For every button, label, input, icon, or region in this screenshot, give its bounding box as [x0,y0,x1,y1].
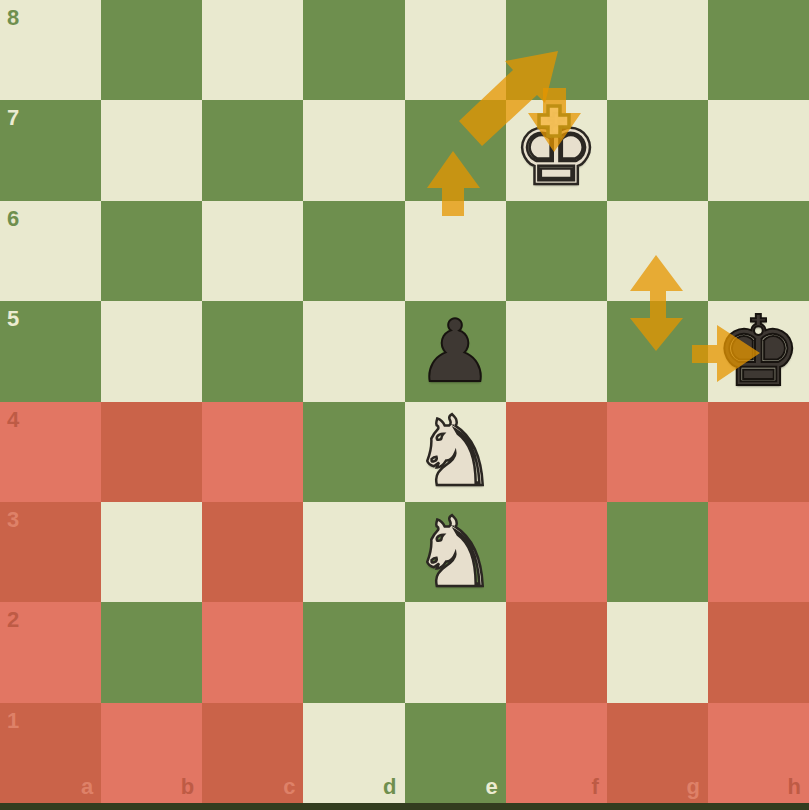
file-label-f: f [591,776,598,798]
square-a2[interactable]: 2 [0,602,101,702]
square-b3[interactable] [101,502,202,602]
chess-board-screenshot: 87♚65♟♚4♞3♞21abcdefgh [0,0,809,810]
square-d5[interactable] [303,301,404,401]
square-a7[interactable]: 7 [0,100,101,200]
square-g7[interactable] [607,100,708,200]
square-d4[interactable] [303,402,404,502]
square-a1[interactable]: 1a [0,703,101,803]
square-a4[interactable]: 4 [0,402,101,502]
white-knight-e3[interactable]: ♞ [405,502,506,602]
square-f3[interactable] [506,502,607,602]
square-b1[interactable]: b [101,703,202,803]
rank-label-2: 2 [7,609,19,631]
square-f1[interactable]: f [506,703,607,803]
square-g5[interactable] [607,301,708,401]
square-a8[interactable]: 8 [0,0,101,100]
square-d7[interactable] [303,100,404,200]
square-e5[interactable]: ♟ [405,301,506,401]
rank-label-6: 6 [7,208,19,230]
square-c2[interactable] [202,602,303,702]
rank-label-1: 1 [7,710,19,732]
square-e4[interactable]: ♞ [405,402,506,502]
square-e7[interactable] [405,100,506,200]
square-e3[interactable]: ♞ [405,502,506,602]
rank-label-3: 3 [7,509,19,531]
square-f5[interactable] [506,301,607,401]
square-h3[interactable] [708,502,809,602]
square-c6[interactable] [202,201,303,301]
square-e1[interactable]: e [405,703,506,803]
file-label-g: g [686,776,699,798]
square-h6[interactable] [708,201,809,301]
square-g3[interactable] [607,502,708,602]
rank-label-5: 5 [7,308,19,330]
square-c4[interactable] [202,402,303,502]
black-pawn-e5[interactable]: ♟ [405,301,506,401]
file-label-e: e [485,776,497,798]
square-c1[interactable]: c [202,703,303,803]
board-bottom-edge [0,803,809,810]
file-label-c: c [283,776,295,798]
square-g2[interactable] [607,602,708,702]
square-b4[interactable] [101,402,202,502]
square-f7[interactable]: ♚ [506,100,607,200]
square-f6[interactable] [506,201,607,301]
square-d2[interactable] [303,602,404,702]
board: 87♚65♟♚4♞3♞21abcdefgh [0,0,809,803]
file-label-d: d [383,776,396,798]
file-label-a: a [81,776,93,798]
square-h4[interactable] [708,402,809,502]
square-d3[interactable] [303,502,404,602]
square-h1[interactable]: h [708,703,809,803]
square-b8[interactable] [101,0,202,100]
square-h8[interactable] [708,0,809,100]
square-d1[interactable]: d [303,703,404,803]
square-d8[interactable] [303,0,404,100]
black-king-h5[interactable]: ♚ [708,301,809,401]
square-c5[interactable] [202,301,303,401]
square-e6[interactable] [405,201,506,301]
white-king-f7[interactable]: ♚ [506,100,607,200]
white-knight-e4[interactable]: ♞ [405,402,506,502]
square-b5[interactable] [101,301,202,401]
square-g8[interactable] [607,0,708,100]
square-g6[interactable] [607,201,708,301]
square-b7[interactable] [101,100,202,200]
square-e2[interactable] [405,602,506,702]
square-h5[interactable]: ♚ [708,301,809,401]
square-f8[interactable] [506,0,607,100]
square-b6[interactable] [101,201,202,301]
square-e8[interactable] [405,0,506,100]
square-g1[interactable]: g [607,703,708,803]
square-c3[interactable] [202,502,303,602]
square-b2[interactable] [101,602,202,702]
rank-label-7: 7 [7,107,19,129]
square-h7[interactable] [708,100,809,200]
square-a6[interactable]: 6 [0,201,101,301]
rank-label-8: 8 [7,7,19,29]
square-a3[interactable]: 3 [0,502,101,602]
square-g4[interactable] [607,402,708,502]
square-f2[interactable] [506,602,607,702]
square-c7[interactable] [202,100,303,200]
square-c8[interactable] [202,0,303,100]
square-h2[interactable] [708,602,809,702]
file-label-b: b [181,776,194,798]
rank-label-4: 4 [7,409,19,431]
square-f4[interactable] [506,402,607,502]
square-d6[interactable] [303,201,404,301]
file-label-h: h [788,776,801,798]
square-a5[interactable]: 5 [0,301,101,401]
